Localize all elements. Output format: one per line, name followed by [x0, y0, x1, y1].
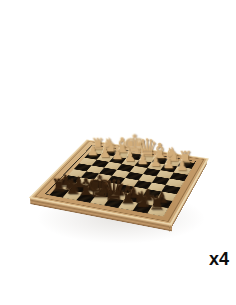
piece-white-pawn-c2: ♟ — [150, 154, 162, 168]
product-photo: ♜♞♝♚♛♝♞♜♟♟♟♟♟♟♟♟♟♟♟♟♟♟♟♟♜♞♝♚♛♝♞♜ x4 — [0, 0, 236, 305]
piece-white-pawn-g2: ♟ — [99, 146, 111, 159]
piece-white-pawn-f2: ♟ — [111, 148, 123, 161]
piece-white-pawn-h2: ♟ — [87, 144, 99, 157]
square-a8: ♜ — [148, 206, 167, 216]
piece-white-pawn-b2: ♟ — [163, 156, 175, 170]
chess-board-grid: ♜♞♝♚♛♝♞♜♟♟♟♟♟♟♟♟♟♟♟♟♟♟♟♟♜♞♝♚♛♝♞♜ — [49, 147, 195, 216]
piece-white-pawn-a2: ♟ — [176, 158, 188, 172]
piece-white-pawn-e2: ♟ — [124, 150, 136, 163]
quantity-badge: x4 — [209, 249, 229, 270]
piece-black-rook-a8: ♜ — [149, 194, 166, 213]
piece-white-pawn-d2: ♟ — [137, 152, 149, 166]
